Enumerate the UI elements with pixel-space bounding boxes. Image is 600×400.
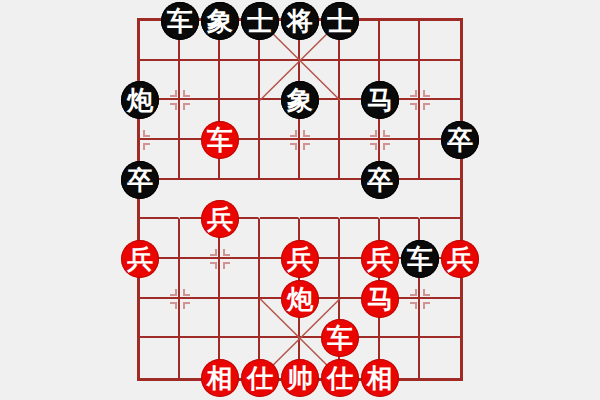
- piece-red-chariot[interactable]: 车: [201, 121, 239, 159]
- piece-black-soldier[interactable]: 卒: [121, 161, 159, 199]
- piece-black-advisor[interactable]: 士: [241, 2, 279, 40]
- piece-red-general[interactable]: 帅: [281, 359, 319, 397]
- piece-red-elephant[interactable]: 相: [361, 359, 399, 397]
- piece-black-elephant[interactable]: 象: [281, 81, 319, 119]
- piece-red-advisor[interactable]: 仕: [321, 359, 359, 397]
- piece-black-horse[interactable]: 马: [361, 81, 399, 119]
- piece-red-chariot[interactable]: 车: [321, 319, 359, 357]
- piece-red-cannon[interactable]: 炮: [281, 280, 319, 318]
- piece-red-soldier[interactable]: 兵: [281, 240, 319, 278]
- xiangqi-board: 车象士将士炮象马车卒卒卒兵兵兵兵车兵炮马车相仕帅仕相: [137, 18, 463, 381]
- piece-black-chariot[interactable]: 车: [161, 2, 199, 40]
- xiangqi-app: 车象士将士炮象马车卒卒卒兵兵兵兵车兵炮马车相仕帅仕相: [0, 0, 600, 400]
- piece-red-horse[interactable]: 马: [361, 280, 399, 318]
- piece-black-chariot[interactable]: 车: [401, 240, 439, 278]
- piece-black-soldier[interactable]: 卒: [441, 121, 479, 159]
- piece-black-elephant[interactable]: 象: [201, 2, 239, 40]
- piece-red-soldier[interactable]: 兵: [441, 240, 479, 278]
- pieces-layer: 车象士将士炮象马车卒卒卒兵兵兵兵车兵炮马车相仕帅仕相: [140, 21, 460, 378]
- piece-red-soldier[interactable]: 兵: [121, 240, 159, 278]
- piece-black-general[interactable]: 将: [281, 2, 319, 40]
- piece-black-cannon[interactable]: 炮: [121, 81, 159, 119]
- piece-red-advisor[interactable]: 仕: [241, 359, 279, 397]
- piece-black-soldier[interactable]: 卒: [361, 161, 399, 199]
- piece-red-soldier[interactable]: 兵: [201, 200, 239, 238]
- piece-red-soldier[interactable]: 兵: [361, 240, 399, 278]
- piece-black-advisor[interactable]: 士: [321, 2, 359, 40]
- piece-red-elephant[interactable]: 相: [201, 359, 239, 397]
